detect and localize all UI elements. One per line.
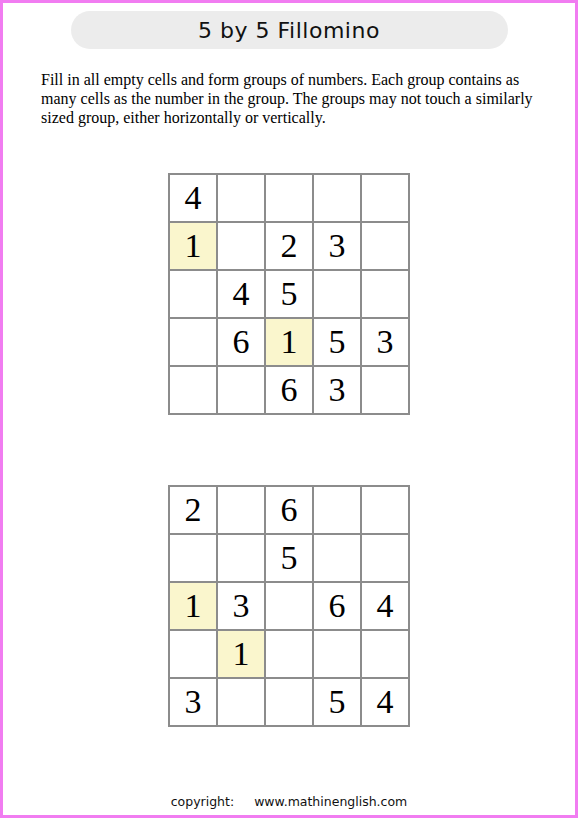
puzzle-1-cell-r3c3: 5 — [266, 271, 312, 317]
puzzle-2-cell-r4c1[interactable] — [170, 631, 216, 677]
puzzle-2-cell-r1c3: 6 — [266, 487, 312, 533]
puzzle-1-cell-r1c2[interactable] — [218, 175, 264, 221]
puzzle-2-cell-r1c5[interactable] — [362, 487, 408, 533]
puzzle-1-cell-r5c1[interactable] — [170, 367, 216, 413]
puzzle-1-cell-r1c5[interactable] — [362, 175, 408, 221]
puzzle-1-cell-r3c5[interactable] — [362, 271, 408, 317]
puzzle-2-cell-r3c2: 3 — [218, 583, 264, 629]
puzzle-2-cell-r2c1[interactable] — [170, 535, 216, 581]
puzzle-1-cell-r4c5: 3 — [362, 319, 408, 365]
puzzle-1-cell-r5c2[interactable] — [218, 367, 264, 413]
instruction-line-3: sized group, either horizontally or vert… — [41, 108, 539, 127]
puzzle-2-cell-r4c3[interactable] — [266, 631, 312, 677]
fillomino-grid-1: 412345615363 — [168, 173, 410, 415]
puzzle-2-cell-r2c4[interactable] — [314, 535, 360, 581]
puzzle-2-cell-r2c3: 5 — [266, 535, 312, 581]
puzzle-2-cell-r2c5[interactable] — [362, 535, 408, 581]
puzzle-2-cell-r1c1: 2 — [170, 487, 216, 533]
puzzle-2-cell-r1c2[interactable] — [218, 487, 264, 533]
puzzle-1-cell-r1c3[interactable] — [266, 175, 312, 221]
puzzle-1-cell-r2c5[interactable] — [362, 223, 408, 269]
puzzle-2-cell-r5c1: 3 — [170, 679, 216, 725]
puzzle-1-cell-r4c1[interactable] — [170, 319, 216, 365]
puzzle-1-cell-r1c4[interactable] — [314, 175, 360, 221]
puzzle-1-cell-r5c3: 6 — [266, 367, 312, 413]
puzzle-2-cell-r3c3[interactable] — [266, 583, 312, 629]
worksheet-page: 5 by 5 Fillomino Fill in all empty cells… — [0, 0, 578, 818]
puzzle-1-cell-r2c4: 3 — [314, 223, 360, 269]
puzzle-2-cell-r5c3[interactable] — [266, 679, 312, 725]
website-url: www.mathinenglish.com — [254, 794, 407, 809]
puzzle-1-cell-r3c4[interactable] — [314, 271, 360, 317]
page-title: 5 by 5 Fillomino — [198, 18, 380, 43]
copyright-label: copyright: — [171, 794, 234, 809]
puzzle-1-cell-r4c2: 6 — [218, 319, 264, 365]
title-banner: 5 by 5 Fillomino — [71, 11, 508, 49]
puzzle-1-cell-r4c3: 1 — [266, 319, 312, 365]
instruction-line-1: Fill in all empty cells and form groups … — [41, 70, 539, 89]
puzzle-1-cell-r3c2: 4 — [218, 271, 264, 317]
puzzle-2-cell-r4c4[interactable] — [314, 631, 360, 677]
puzzle-1-cell-r5c4: 3 — [314, 367, 360, 413]
puzzle-2-cell-r3c1: 1 — [170, 583, 216, 629]
puzzle-2-cell-r5c5: 4 — [362, 679, 408, 725]
instructions: Fill in all empty cells and form groups … — [41, 70, 539, 127]
puzzle-2-cell-r5c2[interactable] — [218, 679, 264, 725]
puzzle-2-cell-r1c4[interactable] — [314, 487, 360, 533]
puzzle-1-cell-r1c1: 4 — [170, 175, 216, 221]
fillomino-grid-2: 26513641354 — [168, 485, 410, 727]
puzzle-2-cell-r3c4: 6 — [314, 583, 360, 629]
puzzle-1-cell-r3c1[interactable] — [170, 271, 216, 317]
puzzle-1-cell-r5c5[interactable] — [362, 367, 408, 413]
puzzle-2-cell-r3c5: 4 — [362, 583, 408, 629]
footer: copyright:www.mathinenglish.com — [3, 794, 575, 809]
puzzle-1-cell-r2c1: 1 — [170, 223, 216, 269]
puzzle-1-cell-r2c3: 2 — [266, 223, 312, 269]
puzzle-1-cell-r4c4: 5 — [314, 319, 360, 365]
puzzle-2-cell-r4c2: 1 — [218, 631, 264, 677]
puzzle-2-cell-r2c2[interactable] — [218, 535, 264, 581]
puzzle-2-cell-r4c5[interactable] — [362, 631, 408, 677]
puzzle-1-cell-r2c2[interactable] — [218, 223, 264, 269]
instruction-line-2: many cells as the number in the group. T… — [41, 89, 539, 108]
puzzle-2-cell-r5c4: 5 — [314, 679, 360, 725]
